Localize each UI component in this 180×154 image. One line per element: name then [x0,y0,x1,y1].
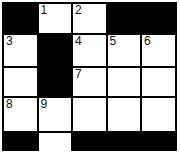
cell-r0c3-block [108,4,141,33]
cell-r1c3[interactable]: 5 [108,35,141,66]
cell-r3c1[interactable]: 9 [39,98,72,131]
clue-number-4: 4 [75,35,82,48]
clue-number-2: 2 [75,4,82,17]
cell-r3c0[interactable]: 8 [4,98,37,131]
cell-r3c4[interactable] [142,98,175,131]
clue-number-8: 8 [6,98,13,111]
clue-number-6: 6 [144,35,151,48]
clue-number-1: 1 [41,4,48,17]
cell-r0c1[interactable]: 1 [39,4,72,33]
cell-r0c4-block [142,4,175,33]
cell-r2c4[interactable] [142,68,175,96]
cell-r4c1[interactable] [39,133,72,151]
cell-r4c3-block [108,133,141,151]
cell-r4c4-block [142,133,175,151]
cell-r0c2[interactable]: 2 [73,4,106,33]
clue-number-3: 3 [6,35,13,48]
cell-r2c3[interactable] [108,68,141,96]
cell-r2c1-block [39,68,72,96]
cell-r2c2[interactable]: 7 [73,68,106,96]
cell-r3c3[interactable] [108,98,141,131]
cell-r3c2[interactable] [73,98,106,131]
cell-r4c0-block [4,133,37,151]
clue-number-9: 9 [41,98,48,111]
cell-r1c2[interactable]: 4 [73,35,106,66]
clue-number-5: 5 [110,35,117,48]
cell-r4c2-block [73,133,106,151]
cell-r1c4[interactable]: 6 [142,35,175,66]
cell-r1c1-block [39,35,72,66]
cell-r0c0-block [4,4,37,33]
cell-r1c0[interactable]: 3 [4,35,37,66]
clue-number-7: 7 [75,68,82,81]
cell-r2c0[interactable] [4,68,37,96]
crossword-grid: 123456789 [2,2,177,151]
crossword-board: 123456789 [2,2,177,151]
